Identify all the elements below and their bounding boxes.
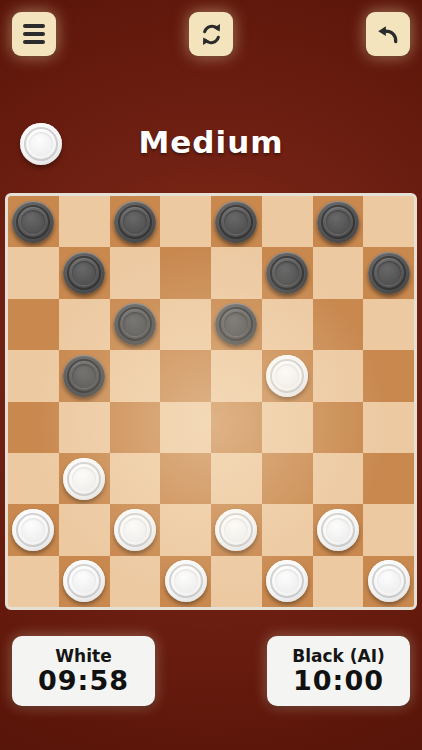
board-cell-6-5[interactable] <box>262 504 313 555</box>
board-cell-4-4[interactable] <box>211 402 262 453</box>
board-cell-3-0[interactable] <box>8 350 59 401</box>
white-clock-panel: White 09:58 <box>12 636 155 706</box>
board-cell-0-2[interactable] <box>110 196 161 247</box>
board-cell-5-0[interactable] <box>8 453 59 504</box>
white-checker-piece[interactable] <box>317 509 359 551</box>
board-cell-1-6[interactable] <box>313 247 364 298</box>
board-cell-7-4[interactable] <box>211 556 262 607</box>
board-cell-6-3[interactable] <box>160 504 211 555</box>
app-screen: Medium White 09:58 Black (AI) 10:00 <box>0 0 422 750</box>
board-cell-7-2[interactable] <box>110 556 161 607</box>
black-checker-piece[interactable] <box>12 201 54 243</box>
board-cell-2-6[interactable] <box>313 299 364 350</box>
black-checker-piece[interactable] <box>114 201 156 243</box>
board-grid <box>8 196 414 607</box>
black-checker-piece[interactable] <box>215 201 257 243</box>
board-cell-3-7[interactable] <box>363 350 414 401</box>
board-cell-4-7[interactable] <box>363 402 414 453</box>
board-cell-4-3[interactable] <box>160 402 211 453</box>
board-cell-4-2[interactable] <box>110 402 161 453</box>
refresh-icon <box>198 21 225 48</box>
board-cell-3-2[interactable] <box>110 350 161 401</box>
board-cell-4-6[interactable] <box>313 402 364 453</box>
black-checker-piece[interactable] <box>215 303 257 345</box>
board-cell-6-2[interactable] <box>110 504 161 555</box>
white-checker-piece[interactable] <box>165 560 207 602</box>
black-checker-piece[interactable] <box>63 252 105 294</box>
white-checker-piece[interactable] <box>266 560 308 602</box>
undo-button[interactable] <box>366 12 410 56</box>
board-cell-6-4[interactable] <box>211 504 262 555</box>
board-cell-2-1[interactable] <box>59 299 110 350</box>
board-cell-0-5[interactable] <box>262 196 313 247</box>
restart-button[interactable] <box>189 12 233 56</box>
black-checker-piece[interactable] <box>368 252 410 294</box>
board-cell-0-7[interactable] <box>363 196 414 247</box>
black-checker-piece[interactable] <box>317 201 359 243</box>
white-clock-time: 09:58 <box>38 666 129 696</box>
board-cell-7-3[interactable] <box>160 556 211 607</box>
board-cell-5-4[interactable] <box>211 453 262 504</box>
board-cell-5-5[interactable] <box>262 453 313 504</box>
board-cell-1-0[interactable] <box>8 247 59 298</box>
board-cell-2-4[interactable] <box>211 299 262 350</box>
checkers-board <box>5 193 417 610</box>
board-cell-0-3[interactable] <box>160 196 211 247</box>
board-cell-5-1[interactable] <box>59 453 110 504</box>
board-cell-7-6[interactable] <box>313 556 364 607</box>
board-cell-2-7[interactable] <box>363 299 414 350</box>
board-cell-1-7[interactable] <box>363 247 414 298</box>
board-cell-3-4[interactable] <box>211 350 262 401</box>
board-cell-1-1[interactable] <box>59 247 110 298</box>
board-cell-1-2[interactable] <box>110 247 161 298</box>
white-checker-piece[interactable] <box>215 509 257 551</box>
board-cell-5-7[interactable] <box>363 453 414 504</box>
board-cell-3-5[interactable] <box>262 350 313 401</box>
menu-button[interactable] <box>12 12 56 56</box>
board-cell-0-6[interactable] <box>313 196 364 247</box>
black-checker-piece[interactable] <box>114 303 156 345</box>
board-cell-6-0[interactable] <box>8 504 59 555</box>
board-cell-3-1[interactable] <box>59 350 110 401</box>
board-cell-6-1[interactable] <box>59 504 110 555</box>
board-cell-3-3[interactable] <box>160 350 211 401</box>
white-checker-piece[interactable] <box>266 355 308 397</box>
black-checker-piece[interactable] <box>63 355 105 397</box>
white-checker-piece[interactable] <box>114 509 156 551</box>
black-clock-panel: Black (AI) 10:00 <box>267 636 410 706</box>
white-checker-piece[interactable] <box>63 458 105 500</box>
board-cell-1-4[interactable] <box>211 247 262 298</box>
black-checker-piece[interactable] <box>266 252 308 294</box>
board-cell-0-0[interactable] <box>8 196 59 247</box>
hamburger-icon <box>23 24 45 44</box>
board-cell-2-0[interactable] <box>8 299 59 350</box>
board-cell-2-5[interactable] <box>262 299 313 350</box>
board-cell-7-5[interactable] <box>262 556 313 607</box>
difficulty-title: Medium <box>0 124 422 160</box>
white-checker-piece[interactable] <box>12 509 54 551</box>
board-cell-4-1[interactable] <box>59 402 110 453</box>
board-cell-5-3[interactable] <box>160 453 211 504</box>
board-cell-7-1[interactable] <box>59 556 110 607</box>
board-cell-4-5[interactable] <box>262 402 313 453</box>
board-cell-4-0[interactable] <box>8 402 59 453</box>
board-cell-7-7[interactable] <box>363 556 414 607</box>
board-cell-0-1[interactable] <box>59 196 110 247</box>
board-cell-7-0[interactable] <box>8 556 59 607</box>
board-cell-5-2[interactable] <box>110 453 161 504</box>
board-cell-6-7[interactable] <box>363 504 414 555</box>
white-checker-piece[interactable] <box>63 560 105 602</box>
board-cell-2-3[interactable] <box>160 299 211 350</box>
white-checker-piece[interactable] <box>368 560 410 602</box>
board-cell-0-4[interactable] <box>211 196 262 247</box>
board-cell-6-6[interactable] <box>313 504 364 555</box>
board-cell-1-5[interactable] <box>262 247 313 298</box>
black-player-label: Black (AI) <box>292 647 385 666</box>
undo-arrow-icon <box>374 20 402 48</box>
white-player-label: White <box>55 647 111 666</box>
board-cell-2-2[interactable] <box>110 299 161 350</box>
board-cell-3-6[interactable] <box>313 350 364 401</box>
board-cell-1-3[interactable] <box>160 247 211 298</box>
board-cell-5-6[interactable] <box>313 453 364 504</box>
black-clock-time: 10:00 <box>293 666 384 696</box>
